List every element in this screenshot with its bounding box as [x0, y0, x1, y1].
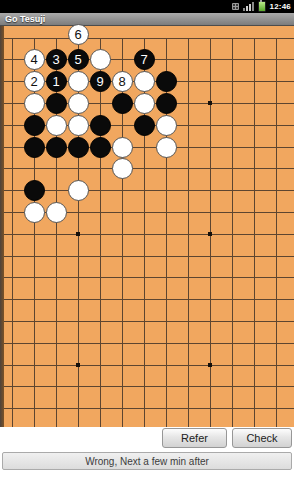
grid-line-horizontal	[4, 321, 294, 322]
black-stone	[112, 93, 133, 114]
star-point	[208, 101, 212, 105]
white-stone	[46, 115, 67, 136]
result-message: Wrong, Next a few min after	[2, 452, 292, 470]
app-screen: 12:46 Go Tesuji 643572198 Refer Check	[0, 0, 294, 500]
board-edge	[0, 26, 4, 427]
star-point	[208, 232, 212, 236]
grid-line-vertical	[254, 38, 255, 427]
grid-line-vertical	[12, 38, 13, 427]
grid-line-horizontal	[4, 408, 294, 409]
white-stone	[46, 202, 67, 223]
usb-debug-icon	[232, 3, 239, 10]
check-button[interactable]: Check	[232, 428, 292, 448]
app-title: Go Tesuji	[5, 14, 45, 24]
star-point	[76, 232, 80, 236]
signal-icon	[243, 2, 254, 11]
grid-line-vertical	[276, 38, 277, 427]
title-bar: Go Tesuji	[0, 13, 294, 26]
black-stone: 9	[90, 71, 111, 92]
grid-line-horizontal	[4, 277, 294, 278]
black-stone	[46, 137, 67, 158]
go-board[interactable]: 643572198	[0, 26, 294, 427]
white-stone	[24, 93, 45, 114]
white-stone	[24, 202, 45, 223]
grid-line-horizontal	[4, 386, 294, 387]
grid-line-vertical	[232, 38, 233, 427]
black-stone	[24, 137, 45, 158]
white-stone	[112, 137, 133, 158]
white-stone	[134, 93, 155, 114]
white-stone	[156, 115, 177, 136]
refer-button[interactable]: Refer	[162, 428, 227, 448]
black-stone	[68, 137, 89, 158]
white-stone	[68, 180, 89, 201]
black-stone	[90, 137, 111, 158]
grid-line-horizontal	[4, 38, 294, 39]
black-stone	[24, 180, 45, 201]
black-stone	[134, 115, 155, 136]
status-bar: 12:46	[0, 0, 294, 13]
black-stone	[46, 93, 67, 114]
white-stone: 4	[24, 49, 45, 70]
grid-line-vertical	[100, 38, 101, 427]
black-stone: 1	[46, 71, 67, 92]
white-stone: 6	[68, 24, 89, 45]
grid-line-horizontal	[4, 168, 294, 169]
black-stone	[90, 115, 111, 136]
black-stone	[156, 71, 177, 92]
white-stone	[156, 137, 177, 158]
white-stone	[68, 71, 89, 92]
black-stone	[156, 93, 177, 114]
black-stone: 3	[46, 49, 67, 70]
white-stone	[68, 115, 89, 136]
clock-label: 12:46	[270, 2, 291, 11]
bottom-toolbar: Refer Check	[0, 427, 294, 451]
white-stone	[90, 49, 111, 70]
grid-line-horizontal	[4, 190, 294, 191]
black-stone	[24, 115, 45, 136]
grid-line-horizontal	[4, 256, 294, 257]
grid-line-horizontal	[4, 234, 294, 235]
white-stone	[112, 158, 133, 179]
grid-line-vertical	[188, 38, 189, 427]
grid-line-horizontal	[4, 365, 294, 366]
black-stone: 7	[134, 49, 155, 70]
grid-line-horizontal	[4, 343, 294, 344]
star-point	[76, 363, 80, 367]
white-stone: 8	[112, 71, 133, 92]
black-stone: 5	[68, 49, 89, 70]
white-stone	[134, 71, 155, 92]
white-stone: 2	[24, 71, 45, 92]
battery-icon	[258, 1, 266, 12]
star-point	[208, 363, 212, 367]
white-stone	[68, 93, 89, 114]
grid-line-horizontal	[4, 299, 294, 300]
